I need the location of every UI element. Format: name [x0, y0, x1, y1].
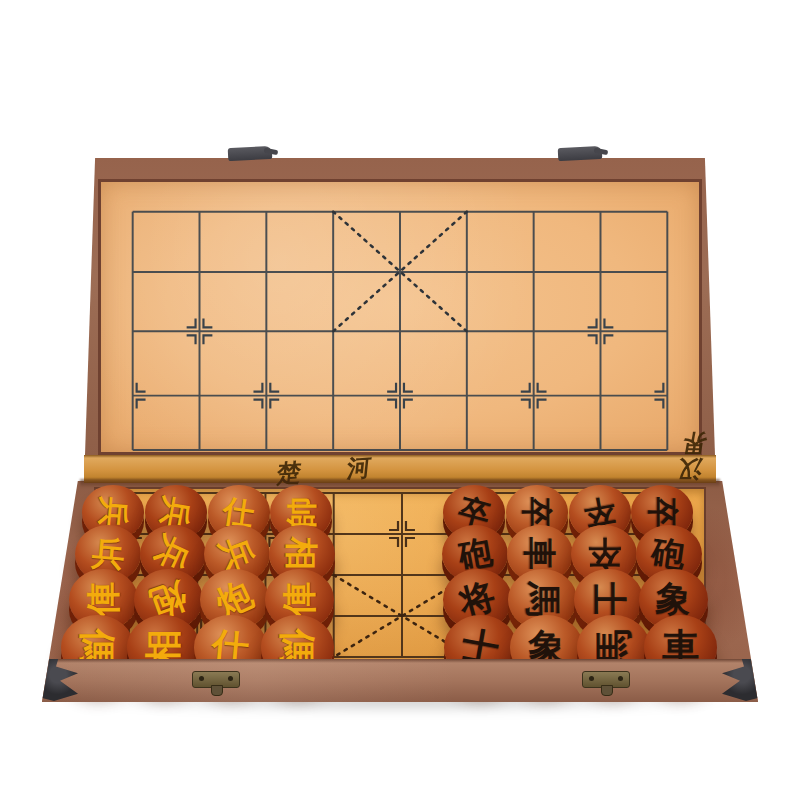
box-lid [85, 158, 715, 455]
corner-ornament-icon [38, 653, 78, 701]
box-front-edge [42, 659, 758, 702]
latch-hook-icon [211, 685, 223, 696]
piece-character: 卒 [647, 497, 678, 528]
upper-board-grid [101, 182, 699, 452]
latch-clasp-icon[interactable] [192, 671, 240, 688]
piece-character: 士 [591, 582, 626, 617]
piece-character: 卒 [588, 537, 621, 570]
xiangqi-board-upper-half [98, 179, 702, 455]
piece-character: 兵 [90, 536, 126, 572]
latch-clasp-icon[interactable] [582, 671, 630, 688]
piece-character: 帥 [286, 497, 317, 528]
piece-character: 相 [285, 537, 318, 570]
latch-hook-icon [601, 685, 613, 696]
piece-character: 俥 [86, 582, 121, 617]
grid-lines [133, 212, 668, 450]
piece-character: 俥 [282, 582, 317, 617]
piece-character: 象 [655, 581, 693, 619]
lid-hasp-icon [558, 146, 603, 161]
lid-hasp-icon [228, 146, 273, 161]
piece-character: 卒 [521, 497, 552, 528]
piece-character: 砲 [456, 535, 494, 573]
product-photo-xiangqi-box: 楚河 汉界 [0, 0, 800, 800]
piece-character: 馬 [525, 582, 560, 617]
piece-character: 砲 [650, 535, 687, 572]
piece-character: 車 [523, 537, 556, 570]
corner-ornament-icon [722, 653, 762, 701]
